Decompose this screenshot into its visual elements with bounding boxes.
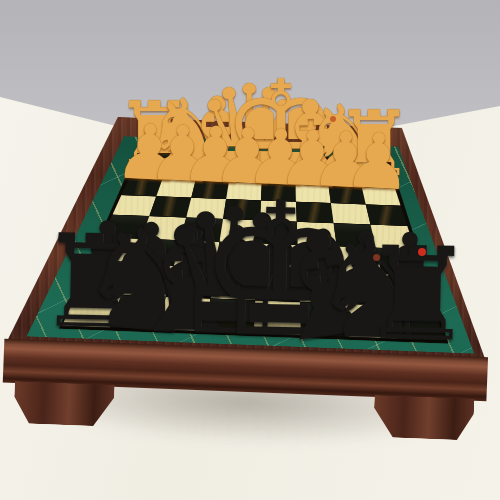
photo-scene: ♜♞♝♛♚♝♞♜♟♟♟♟♟♟♟♟♟♟♟♟♟♟♟♟♜♞♝♛♚♝♞♜ <box>0 0 500 500</box>
red-sticker-black-rook-near-right <box>418 248 426 256</box>
red-mark-black-knight-near-right <box>373 254 380 261</box>
piece-black-rook[interactable]: ♜ <box>352 229 482 359</box>
orange-mark-white-knight-far-right <box>330 116 336 122</box>
